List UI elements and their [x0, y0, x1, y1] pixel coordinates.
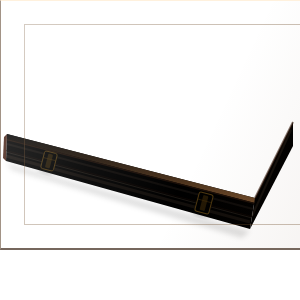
chessboard [30, 30, 300, 219]
board-field [25, 25, 300, 224]
board-lid-top [0, 0, 300, 250]
product-photo-scene [0, 0, 300, 300]
